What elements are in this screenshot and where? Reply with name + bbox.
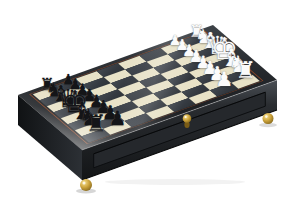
foot-right-specular: [265, 115, 268, 118]
chess-case-body: [0, 0, 290, 202]
chess-set-photo: ♜♞♝♛♚♝♞♜♟♟♟♟♟♟♟♟♟♟♟♟♟♟♟♟♜♞♝♛♚♝♞♜: [0, 0, 290, 202]
foot-left-specular: [83, 182, 86, 185]
case-foot-left: [80, 179, 92, 191]
case-foot-right: [263, 113, 274, 124]
case-shadow: [105, 179, 245, 185]
knob-specular: [185, 116, 187, 118]
black-rook[interactable]: ♜: [81, 111, 111, 136]
white-pawn[interactable]: ♟: [209, 68, 239, 90]
drawer-knob[interactable]: [183, 114, 192, 123]
